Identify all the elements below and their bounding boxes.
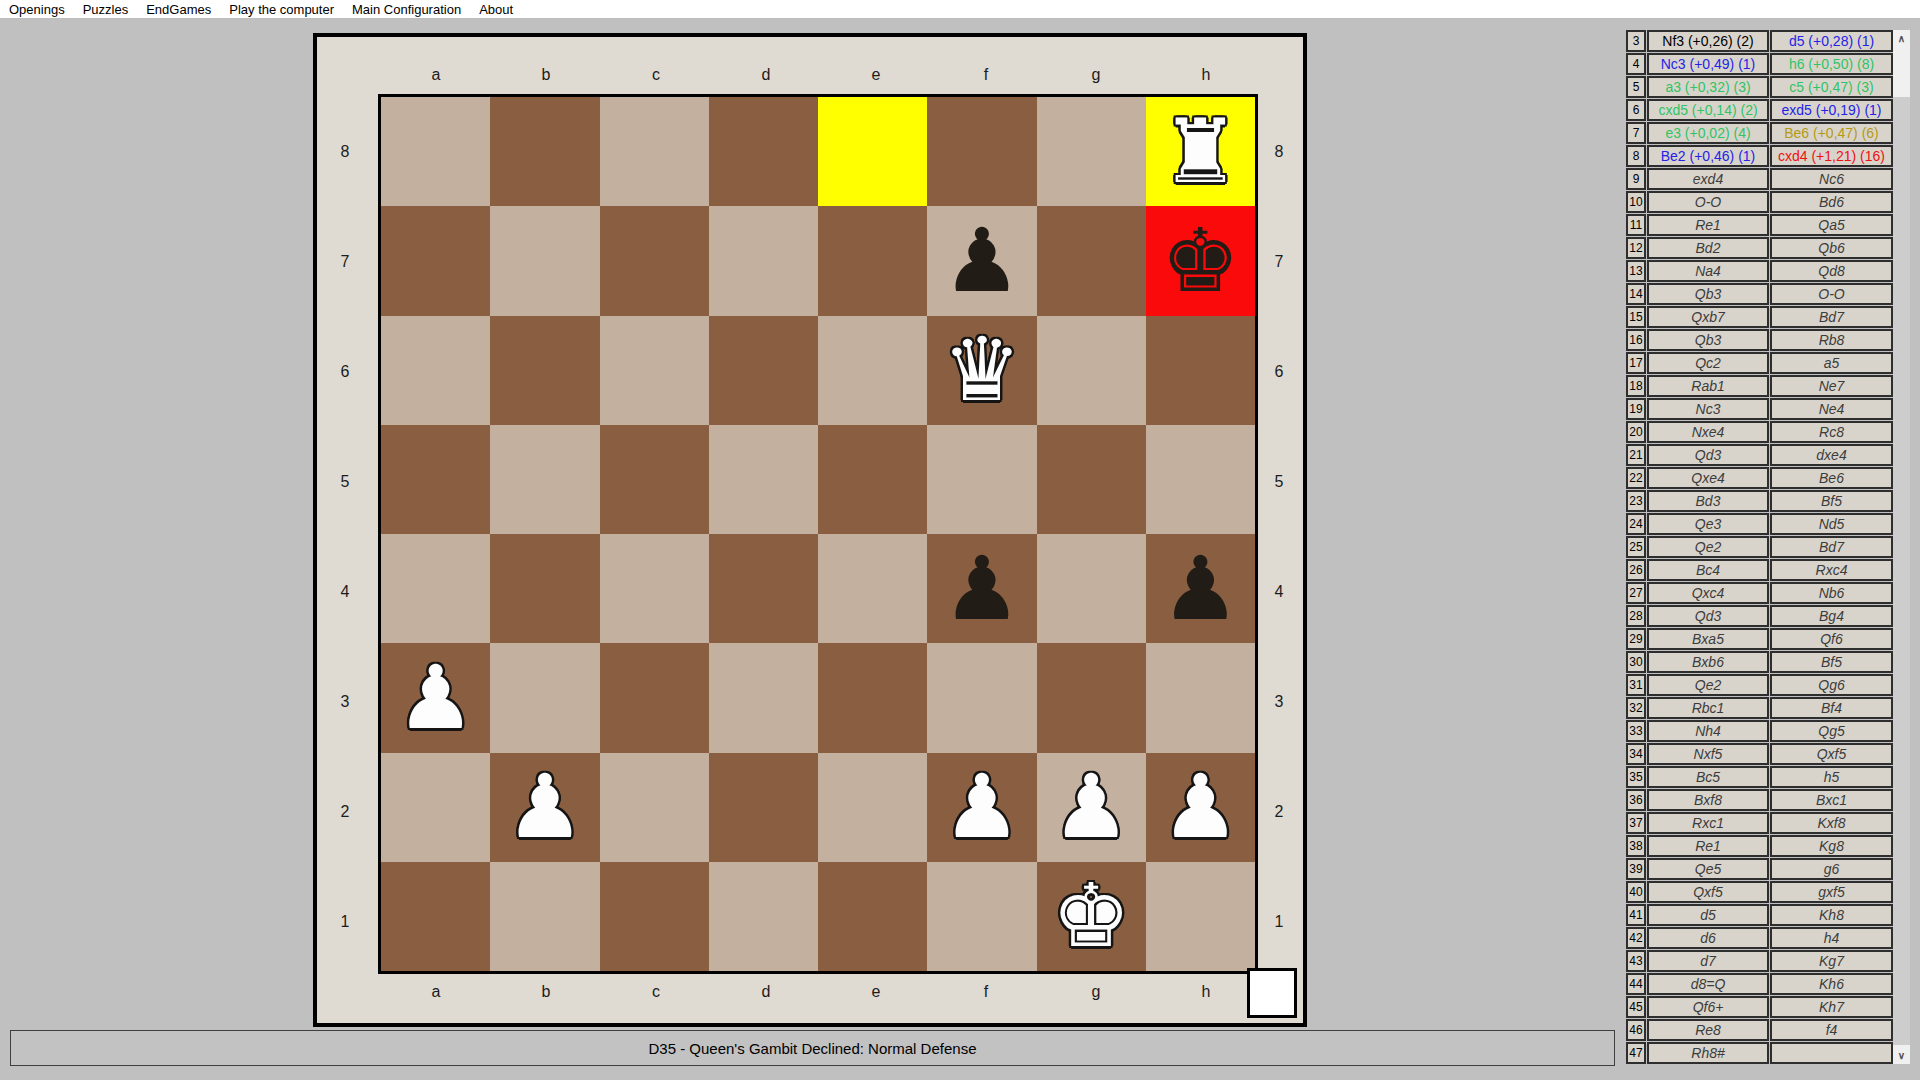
file-label-f: f [931,983,1041,1003]
move-black-43[interactable]: Kg7 [1770,950,1893,972]
move-number-45: 45 [1626,996,1646,1018]
move-black-25[interactable]: Bd7 [1770,536,1893,558]
move-black-17[interactable]: a5 [1770,352,1893,374]
move-white-21[interactable]: Qd3 [1647,444,1769,466]
move-number-36: 36 [1626,789,1646,811]
move-white-9[interactable]: exd4 [1647,168,1769,190]
status-bar: D35 - Queen's Gambit Declined: Normal De… [10,1030,1615,1066]
square-b7[interactable] [490,206,599,315]
move-black-31[interactable]: Qg6 [1770,674,1893,696]
move-number-30: 30 [1626,651,1646,673]
move-number-21: 21 [1626,444,1646,466]
square-b6[interactable] [490,316,599,425]
move-black-12[interactable]: Qb6 [1770,237,1893,259]
move-black-19[interactable]: Ne4 [1770,398,1893,420]
move-white-17[interactable]: Qc2 [1647,352,1769,374]
rank-label-2: 2 [1258,757,1300,867]
move-number-37: 37 [1626,812,1646,834]
move-number-4: 4 [1626,53,1646,75]
square-e8[interactable] [818,97,927,206]
rank-label-7: 7 [1258,207,1300,317]
move-number-23: 23 [1626,490,1646,512]
square-a5[interactable] [381,425,490,534]
move-number-42: 42 [1626,927,1646,949]
move-white-28[interactable]: Qd3 [1647,605,1769,627]
move-number-15: 15 [1626,306,1646,328]
rank-label-4: 4 [325,537,365,647]
file-label-e: e [821,983,931,1003]
move-white-40[interactable]: Qxf5 [1647,881,1769,903]
square-e5[interactable] [818,425,927,534]
square-g6[interactable] [1037,316,1146,425]
move-number-20: 20 [1626,421,1646,443]
move-number-24: 24 [1626,513,1646,535]
move-number-46: 46 [1626,1019,1646,1041]
move-number-35: 35 [1626,766,1646,788]
square-f3[interactable] [927,643,1036,752]
move-black-24[interactable]: Nd5 [1770,513,1893,535]
move-black-41[interactable]: Kh8 [1770,904,1893,926]
rank-label-8: 8 [1258,97,1300,207]
square-g3[interactable] [1037,643,1146,752]
rank-label-8: 8 [325,97,365,207]
move-white-46[interactable]: Re8 [1647,1019,1769,1041]
move-black-30[interactable]: Bf5 [1770,651,1893,673]
move-black-46[interactable]: f4 [1770,1019,1893,1041]
square-d6[interactable] [709,316,818,425]
move-black-16[interactable]: Rb8 [1770,329,1893,351]
move-white-24[interactable]: Qe3 [1647,513,1769,535]
move-black-39[interactable]: g6 [1770,858,1893,880]
move-number-12: 12 [1626,237,1646,259]
file-label-f: f [931,66,1041,86]
move-number-32: 32 [1626,697,1646,719]
move-black-8[interactable]: cxd4 (+1,21) (16) [1770,145,1893,167]
move-black-3[interactable]: d5 (+0,28) (1) [1770,30,1893,52]
move-white-7[interactable]: e3 (+0,02) (4) [1647,122,1769,144]
square-b5[interactable] [490,425,599,534]
menu-bar: OpeningsPuzzlesEndGamesPlay the computer… [0,0,1920,19]
square-a8[interactable] [381,97,490,206]
square-e2[interactable] [818,753,927,862]
piece-white-pawn: ♟ [1037,753,1146,862]
move-number-41: 41 [1626,904,1646,926]
piece-white-pawn: ♟ [381,643,490,752]
square-d5[interactable] [709,425,818,534]
piece-black-king: ♚ [1146,206,1255,315]
menu-item-play-the-computer[interactable]: Play the computer [220,0,343,18]
move-white-47[interactable]: Rh8# [1647,1042,1769,1064]
move-white-23[interactable]: Bd3 [1647,490,1769,512]
square-c7[interactable] [600,206,709,315]
move-black-7[interactable]: Be6 (+0,47) (6) [1770,122,1893,144]
move-white-30[interactable]: Bxb6 [1647,651,1769,673]
move-white-5[interactable]: a3 (+0,32) (3) [1647,76,1769,98]
move-number-10: 10 [1626,191,1646,213]
move-number-43: 43 [1626,950,1646,972]
rank-label-3: 3 [325,647,365,757]
file-label-c: c [601,983,711,1003]
rank-label-2: 2 [325,757,365,867]
move-black-32[interactable]: Bf4 [1770,697,1893,719]
move-black-29[interactable]: Qf6 [1770,628,1893,650]
square-c1[interactable] [600,862,709,971]
move-white-4[interactable]: Nc3 (+0,49) (1) [1647,53,1769,75]
menu-item-main-configuration[interactable]: Main Configuration [343,0,470,18]
move-black-28[interactable]: Bg4 [1770,605,1893,627]
menu-item-endgames[interactable]: EndGames [137,0,220,18]
move-black-14[interactable]: O-O [1770,283,1893,305]
move-white-12[interactable]: Bd2 [1647,237,1769,259]
square-d8[interactable] [709,97,818,206]
move-white-34[interactable]: Nxf5 [1647,743,1769,765]
move-number-13: 13 [1626,260,1646,282]
square-g5[interactable] [1037,425,1146,534]
square-e1[interactable] [818,862,927,971]
move-number-25: 25 [1626,536,1646,558]
move-number-33: 33 [1626,720,1646,742]
file-label-h: h [1151,66,1261,86]
file-labels-bottom: abcdefgh [381,983,1261,1003]
move-number-11: 11 [1626,214,1646,236]
move-black-21[interactable]: dxe4 [1770,444,1893,466]
move-white-19[interactable]: Nc3 [1647,398,1769,420]
move-black-47[interactable] [1770,1042,1893,1064]
rank-label-3: 3 [1258,647,1300,757]
move-black-18[interactable]: Ne7 [1770,375,1893,397]
rank-label-1: 1 [1258,867,1300,977]
square-a3[interactable]: ♟ [381,643,490,752]
move-white-31[interactable]: Qe2 [1647,674,1769,696]
move-number-28: 28 [1626,605,1646,627]
move-black-20[interactable]: Rc8 [1770,421,1893,443]
move-black-15[interactable]: Bd7 [1770,306,1893,328]
move-white-6[interactable]: cxd5 (+0,14) (2) [1647,99,1769,121]
rank-label-5: 5 [1258,427,1300,537]
move-white-15[interactable]: Qxb7 [1647,306,1769,328]
move-white-37[interactable]: Rxc1 [1647,812,1769,834]
move-black-26[interactable]: Rxc4 [1770,559,1893,581]
move-black-38[interactable]: Kg8 [1770,835,1893,857]
move-white-25[interactable]: Qe2 [1647,536,1769,558]
move-white-44[interactable]: d8=Q [1647,973,1769,995]
move-number-40: 40 [1626,881,1646,903]
board-squares: ♜♟♚♛♟♟♟♟♟♟♟♚ [378,94,1258,974]
square-g7[interactable] [1037,206,1146,315]
move-white-26[interactable]: Bc4 [1647,559,1769,581]
piece-white-pawn: ♟ [490,753,599,862]
move-number-3: 3 [1626,30,1646,52]
square-f8[interactable] [927,97,1036,206]
move-white-42[interactable]: d6 [1647,927,1769,949]
move-black-33[interactable]: Qg5 [1770,720,1893,742]
rank-label-6: 6 [325,317,365,427]
square-b3[interactable] [490,643,599,752]
move-black-23[interactable]: Bf5 [1770,490,1893,512]
move-black-36[interactable]: Bxc1 [1770,789,1893,811]
file-label-a: a [381,983,491,1003]
move-number-18: 18 [1626,375,1646,397]
move-number-14: 14 [1626,283,1646,305]
square-e3[interactable] [818,643,927,752]
square-a7[interactable] [381,206,490,315]
file-label-h: h [1151,983,1261,1003]
move-white-16[interactable]: Qb3 [1647,329,1769,351]
square-d1[interactable] [709,862,818,971]
move-white-8[interactable]: Be2 (+0,46) (1) [1647,145,1769,167]
move-black-45[interactable]: Kh7 [1770,996,1893,1018]
move-black-27[interactable]: Nb6 [1770,582,1893,604]
square-e6[interactable] [818,316,927,425]
file-label-b: b [491,66,601,86]
file-label-g: g [1041,983,1151,1003]
move-black-10[interactable]: Bd6 [1770,191,1893,213]
move-number-44: 44 [1626,973,1646,995]
move-number-8: 8 [1626,145,1646,167]
scrollbar-thumb[interactable] [1893,97,1910,1045]
square-e7[interactable] [818,206,927,315]
square-a1[interactable] [381,862,490,971]
square-d3[interactable] [709,643,818,752]
file-label-g: g [1041,66,1151,86]
move-number-16: 16 [1626,329,1646,351]
move-number-34: 34 [1626,743,1646,765]
file-label-d: d [711,983,821,1003]
piece-black-pawn: ♟ [927,534,1036,643]
move-white-32[interactable]: Rbc1 [1647,697,1769,719]
move-white-14[interactable]: Qb3 [1647,283,1769,305]
move-black-11[interactable]: Qa5 [1770,214,1893,236]
square-f1[interactable] [927,862,1036,971]
square-h7[interactable]: ♚ [1146,206,1255,315]
move-white-22[interactable]: Qxe4 [1647,467,1769,489]
move-white-3[interactable]: Nf3 (+0,26) (2) [1647,30,1769,52]
square-d7[interactable] [709,206,818,315]
piece-white-pawn: ♟ [927,753,1036,862]
move-number-22: 22 [1626,467,1646,489]
move-white-36[interactable]: Bxf8 [1647,789,1769,811]
move-black-42[interactable]: h4 [1770,927,1893,949]
square-c6[interactable] [600,316,709,425]
square-f4[interactable]: ♟ [927,534,1036,643]
rank-label-6: 6 [1258,317,1300,427]
piece-black-pawn: ♟ [1146,534,1255,643]
rank-label-7: 7 [325,207,365,317]
square-c5[interactable] [600,425,709,534]
move-white-27[interactable]: Qxc4 [1647,582,1769,604]
rank-label-5: 5 [325,427,365,537]
square-g2[interactable]: ♟ [1037,753,1146,862]
move-white-11[interactable]: Re1 [1647,214,1769,236]
move-black-37[interactable]: Kxf8 [1770,812,1893,834]
square-c8[interactable] [600,97,709,206]
move-number-9: 9 [1626,168,1646,190]
square-b4[interactable] [490,534,599,643]
move-number-5: 5 [1626,76,1646,98]
move-number-47: 47 [1626,1042,1646,1064]
square-f7[interactable]: ♟ [927,206,1036,315]
move-white-45[interactable]: Qf6+ [1647,996,1769,1018]
square-f6[interactable]: ♛ [927,316,1036,425]
square-c3[interactable] [600,643,709,752]
move-white-33[interactable]: Nh4 [1647,720,1769,742]
square-g4[interactable] [1037,534,1146,643]
move-number-26: 26 [1626,559,1646,581]
file-label-c: c [601,66,711,86]
square-b8[interactable] [490,97,599,206]
square-a6[interactable] [381,316,490,425]
square-g1[interactable]: ♚ [1037,862,1146,971]
move-number-38: 38 [1626,835,1646,857]
file-label-a: a [381,66,491,86]
square-d2[interactable] [709,753,818,862]
piece-white-pawn: ♟ [1146,753,1255,862]
square-f2[interactable]: ♟ [927,753,1036,862]
move-white-39[interactable]: Qe5 [1647,858,1769,880]
move-number-6: 6 [1626,99,1646,121]
piece-white-king: ♚ [1037,862,1146,971]
move-number-17: 17 [1626,352,1646,374]
square-h8[interactable]: ♜ [1146,97,1255,206]
move-white-38[interactable]: Re1 [1647,835,1769,857]
move-number-39: 39 [1626,858,1646,880]
piece-black-pawn: ♟ [927,206,1036,315]
rank-labels-right: 87654321 [1258,97,1300,977]
square-a2[interactable] [381,753,490,862]
move-white-20[interactable]: Nxe4 [1647,421,1769,443]
piece-white-queen: ♛ [927,316,1036,425]
move-number-29: 29 [1626,628,1646,650]
square-f5[interactable] [927,425,1036,534]
rank-labels-left: 87654321 [325,97,365,977]
scroll-down-icon[interactable]: ∨ [1893,1047,1910,1064]
square-h6[interactable] [1146,316,1255,425]
move-white-18[interactable]: Rab1 [1647,375,1769,397]
move-grid: 3Nf3 (+0,26) (2)d5 (+0,28) (1)4Nc3 (+0,4… [1626,30,1893,1064]
square-b1[interactable] [490,862,599,971]
square-c2[interactable] [600,753,709,862]
move-white-10[interactable]: O-O [1647,191,1769,213]
move-list-panel: 3Nf3 (+0,26) (2)d5 (+0,28) (1)4Nc3 (+0,4… [1626,30,1910,1064]
file-labels-top: abcdefgh [381,66,1261,86]
move-black-22[interactable]: Be6 [1770,467,1893,489]
file-label-b: b [491,983,601,1003]
square-h1[interactable] [1146,862,1255,971]
square-a4[interactable] [381,534,490,643]
move-white-41[interactable]: d5 [1647,904,1769,926]
move-white-43[interactable]: d7 [1647,950,1769,972]
square-b2[interactable]: ♟ [490,753,599,862]
move-black-13[interactable]: Qd8 [1770,260,1893,282]
move-black-5[interactable]: c5 (+0,47) (3) [1770,76,1893,98]
move-number-27: 27 [1626,582,1646,604]
move-black-35[interactable]: h5 [1770,766,1893,788]
square-g8[interactable] [1037,97,1146,206]
move-black-40[interactable]: gxf5 [1770,881,1893,903]
menu-item-puzzles[interactable]: Puzzles [74,0,138,18]
move-black-4[interactable]: h6 (+0,50) (8) [1770,53,1893,75]
scroll-up-icon[interactable]: ∧ [1893,30,1910,47]
move-black-34[interactable]: Qxf5 [1770,743,1893,765]
move-white-35[interactable]: Bc5 [1647,766,1769,788]
move-number-7: 7 [1626,122,1646,144]
menu-item-about[interactable]: About [470,0,522,18]
square-h3[interactable] [1146,643,1255,752]
move-black-6[interactable]: exd5 (+0,19) (1) [1770,99,1893,121]
move-number-31: 31 [1626,674,1646,696]
file-label-d: d [711,66,821,86]
move-black-9[interactable]: Nc6 [1770,168,1893,190]
rank-label-1: 1 [325,867,365,977]
square-d4[interactable] [709,534,818,643]
chess-board: abcdefgh abcdefgh 87654321 87654321 ♜♟♚♛… [313,33,1307,1027]
move-number-19: 19 [1626,398,1646,420]
menu-item-openings[interactable]: Openings [0,0,74,18]
square-c4[interactable] [600,534,709,643]
rank-label-4: 4 [1258,537,1300,647]
square-h5[interactable] [1146,425,1255,534]
move-white-13[interactable]: Na4 [1647,260,1769,282]
turn-indicator [1247,968,1297,1018]
square-e4[interactable] [818,534,927,643]
square-h4[interactable]: ♟ [1146,534,1255,643]
file-label-e: e [821,66,931,86]
move-white-29[interactable]: Bxa5 [1647,628,1769,650]
square-h2[interactable]: ♟ [1146,753,1255,862]
move-black-44[interactable]: Kh6 [1770,973,1893,995]
opening-name: D35 - Queen's Gambit Declined: Normal De… [648,1040,976,1057]
move-list-scrollbar[interactable]: ∧ ∨ [1893,30,1910,1064]
piece-white-rook: ♜ [1146,97,1255,206]
